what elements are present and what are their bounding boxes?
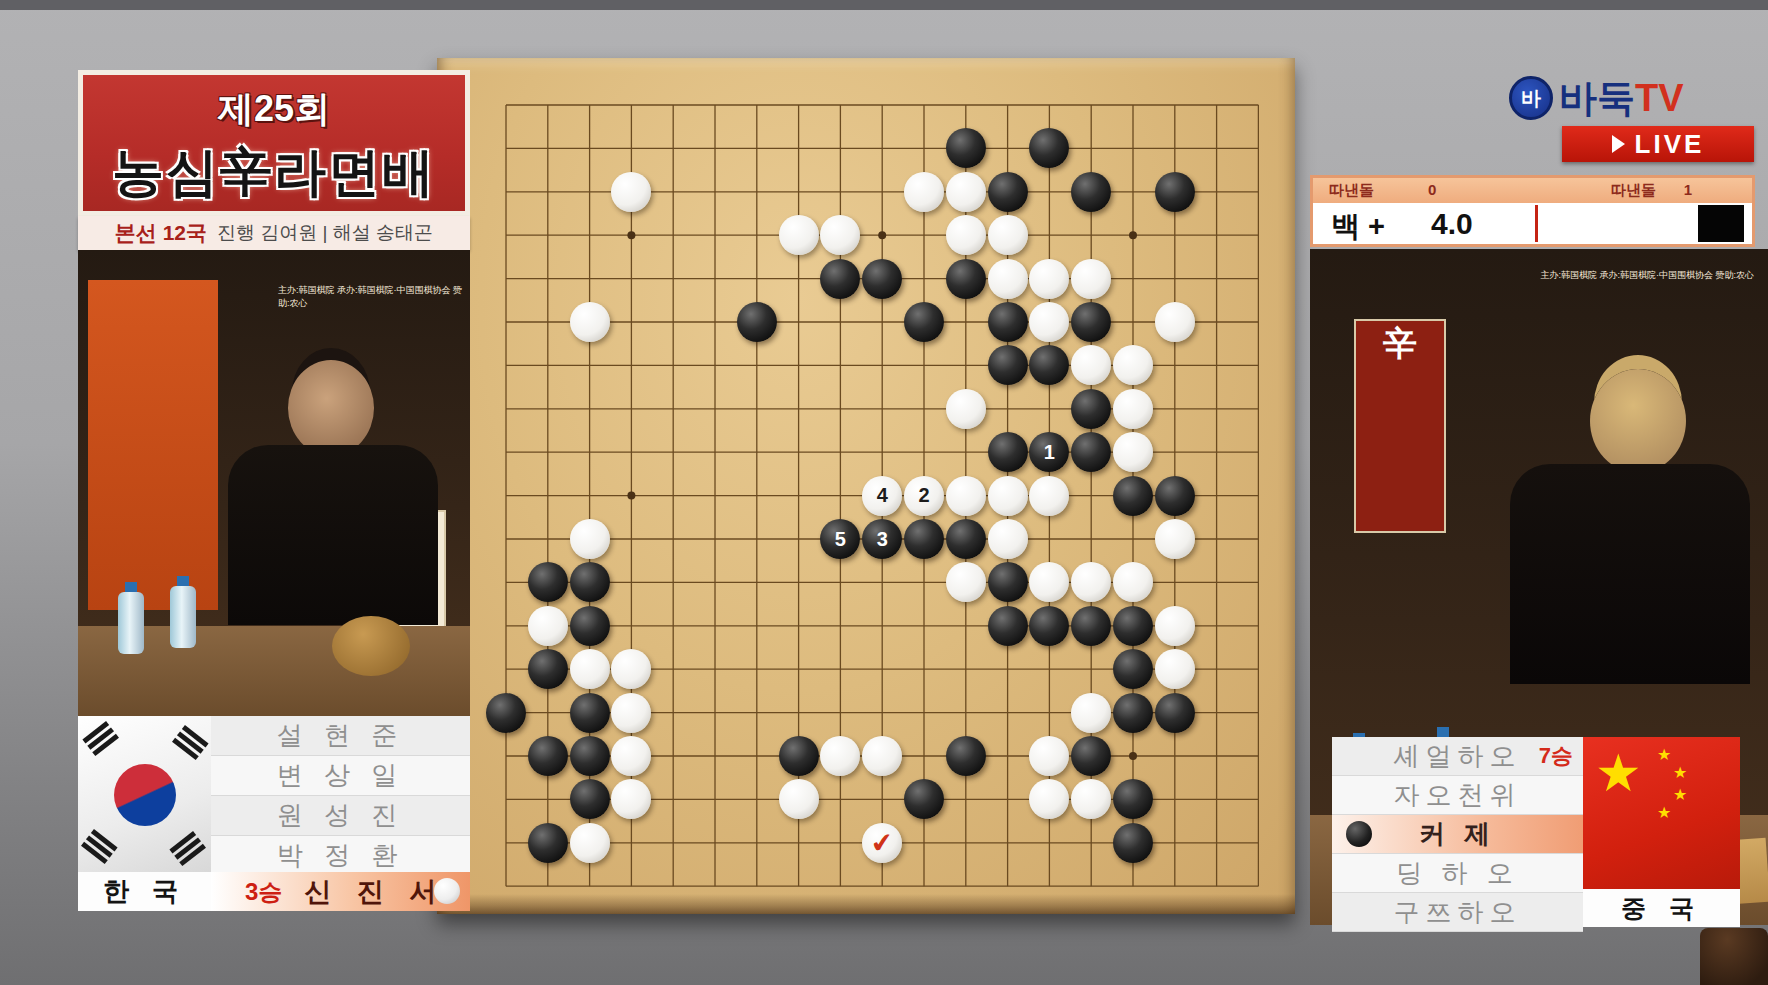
- china-flag: ★ ★ ★ ★ ★: [1583, 737, 1740, 889]
- black-stone: [1155, 693, 1195, 733]
- white-stone: [1155, 519, 1195, 559]
- black-stone: [486, 693, 526, 733]
- player-body: [1510, 464, 1750, 684]
- black-stone: [528, 736, 568, 776]
- korea-player-name: 박 정 환: [277, 838, 404, 873]
- black-stone-icon: [1346, 821, 1372, 847]
- white-stone: [1071, 259, 1111, 299]
- play-icon: [1612, 135, 1625, 153]
- china-player-record: 7승: [1539, 741, 1573, 771]
- china-player-list: 셰얼하오7승자오천위커 제딩 하 오구쯔하오: [1332, 737, 1583, 932]
- black-stone: [1071, 736, 1111, 776]
- white-stone: [1155, 649, 1195, 689]
- black-stone: [1155, 476, 1195, 516]
- white-stone: [570, 519, 610, 559]
- white-stone: [528, 606, 568, 646]
- korea-player-list: 설 현 준변 상 일원 성 진박 정 환: [211, 716, 470, 876]
- water-bottle: [170, 586, 196, 648]
- round-label: 본선 12국: [115, 219, 207, 247]
- white-stone: [988, 476, 1028, 516]
- black-stone: [570, 606, 610, 646]
- white-stone: [570, 649, 610, 689]
- captures-value-black: 1: [1684, 181, 1692, 198]
- event-title: 농심辛라면배: [83, 138, 465, 208]
- white-stone: [862, 476, 902, 516]
- china-player-name: 커 제: [1419, 817, 1496, 852]
- black-stone: [528, 649, 568, 689]
- korea-player-name: 설 현 준: [277, 718, 404, 753]
- water-bottle: [118, 592, 144, 654]
- score-panel: 따낸돌 0 따낸돌 1 백 + 4.0: [1310, 175, 1755, 247]
- broadcast-frame: 12345✔ 제25회 농심辛라면배 본선 12국 진행 김여원 | 해설 송태…: [0, 0, 1768, 985]
- black-stone: [820, 259, 860, 299]
- china-player-name: 자오천위: [1394, 778, 1522, 813]
- china-player-name: 딩 하 오: [1396, 856, 1518, 891]
- flag-star: ★: [1595, 743, 1642, 803]
- black-stone: [528, 823, 568, 863]
- korea-player-name: 원 성 진: [277, 798, 404, 833]
- white-stone: [988, 259, 1028, 299]
- black-stone: [988, 432, 1028, 472]
- white-stone: [946, 172, 986, 212]
- left-player-video-feed: 主办:韩国棋院 承办:韩国棋院·中国围棋协会 赞助:农心 辛: [78, 250, 470, 716]
- white-stone: [946, 215, 986, 255]
- china-player-name: 셰얼하오: [1394, 739, 1522, 774]
- backdrop-banner: [88, 280, 218, 610]
- flag-star: ★: [1657, 745, 1671, 764]
- trigram: [171, 725, 208, 761]
- go-board: 12345✔: [437, 58, 1295, 914]
- black-stone: [737, 302, 777, 342]
- black-stone: [1113, 823, 1153, 863]
- event-subtitle-strip: 본선 12국 진행 김여원 | 해설 송태곤: [78, 216, 470, 250]
- black-stone: [904, 302, 944, 342]
- white-stone: [946, 476, 986, 516]
- white-stone: [862, 736, 902, 776]
- korea-player-row: 변 상 일: [211, 756, 470, 796]
- black-stone: [570, 779, 610, 819]
- taeguk-symbol: [114, 764, 176, 826]
- red-check-marker: ✔: [860, 821, 904, 865]
- black-stone: [779, 736, 819, 776]
- black-stone: [862, 259, 902, 299]
- black-stone: [1071, 302, 1111, 342]
- white-stone: [570, 823, 610, 863]
- black-stone: [988, 562, 1028, 602]
- black-stone: [1113, 693, 1153, 733]
- wooden-barrel: [1700, 928, 1768, 985]
- white-stone-icon: [434, 878, 460, 904]
- channel-logo: 바 바둑 TV: [1509, 72, 1759, 124]
- live-label: LIVE: [1635, 129, 1705, 160]
- white-stone: [1155, 302, 1195, 342]
- china-active-player-row: 커 제: [1332, 815, 1583, 854]
- white-stone: [988, 519, 1028, 559]
- korea-flag: [78, 716, 211, 872]
- black-stone: [904, 519, 944, 559]
- china-player-row: 딩 하 오: [1332, 854, 1583, 893]
- white-stone: [570, 302, 610, 342]
- live-badge: LIVE: [1562, 126, 1754, 162]
- commentators-label: 진행 김여원 | 해설 송태곤: [217, 220, 433, 246]
- white-stone: [988, 215, 1028, 255]
- black-stone: [1113, 606, 1153, 646]
- black-stone: [988, 172, 1028, 212]
- korea-country-label: 한 국: [78, 872, 211, 911]
- trigram: [80, 829, 117, 865]
- top-gray-band: [0, 0, 1768, 10]
- black-stone: [1113, 649, 1153, 689]
- player-head: [1590, 369, 1686, 473]
- white-stone: [1029, 259, 1069, 299]
- china-player-row: 셰얼하오7승: [1332, 737, 1583, 776]
- white-stone: [1155, 606, 1195, 646]
- black-stone: [570, 736, 610, 776]
- white-stone: [904, 476, 944, 516]
- china-player-row: 구쯔하오: [1332, 893, 1583, 932]
- black-indicator-square: [1698, 205, 1744, 242]
- china-player-row: 자오천위: [1332, 776, 1583, 815]
- channel-name: 바둑: [1559, 73, 1635, 124]
- korea-player-record: 3승: [245, 876, 282, 908]
- black-stone: [528, 562, 568, 602]
- black-stone: [1029, 606, 1069, 646]
- captures-value-white: 0: [1428, 181, 1436, 198]
- go-bowl: [332, 616, 410, 676]
- korea-active-player-row: 3승 신 진 서: [211, 872, 470, 911]
- black-stone: [946, 128, 986, 168]
- white-stone: [1029, 476, 1069, 516]
- sponsor-text: 主办:韩国棋院 承办:韩国棋院·中国围棋协会 赞助:农心: [1541, 269, 1755, 282]
- player-body: [228, 445, 438, 625]
- baduk-tv-icon: 바: [1509, 76, 1553, 120]
- white-stone: [779, 215, 819, 255]
- xin-ramen-banner: 辛: [1354, 319, 1446, 533]
- black-stone: [570, 562, 610, 602]
- black-stone: [946, 736, 986, 776]
- white-stone: [946, 389, 986, 429]
- white-stone: [779, 779, 819, 819]
- white-stone: [1113, 432, 1153, 472]
- korea-player-name: 변 상 일: [277, 758, 404, 793]
- trigram: [82, 721, 119, 757]
- black-stone: [1155, 172, 1195, 212]
- korea-active-player-name: 신 진 서: [304, 874, 445, 910]
- black-stone: [570, 693, 610, 733]
- black-stone: [1071, 389, 1111, 429]
- score-value: 4.0: [1431, 207, 1473, 241]
- china-player-name: 구쯔하오: [1394, 895, 1522, 930]
- score-leader-label: 백 +: [1331, 207, 1385, 247]
- white-stone: [611, 693, 651, 733]
- event-edition: 제25회: [83, 85, 465, 134]
- sponsor-text: 主办:韩国棋院 承办:韩国棋院·中国围棋协会 赞助:农心: [278, 284, 470, 310]
- trigram: [169, 831, 206, 867]
- white-stone: [946, 562, 986, 602]
- score-divider: [1535, 205, 1538, 242]
- black-stone: [946, 519, 986, 559]
- channel-suffix: TV: [1635, 77, 1684, 120]
- white-stone: [611, 172, 651, 212]
- player-head: [288, 360, 374, 456]
- china-country-label: 중 국: [1583, 889, 1740, 927]
- black-stone: [988, 606, 1028, 646]
- black-stone: [988, 302, 1028, 342]
- flag-star: ★: [1673, 785, 1687, 804]
- black-stone: [1071, 172, 1111, 212]
- black-stone: [1113, 476, 1153, 516]
- captures-label-white: 따낸돌: [1329, 181, 1374, 200]
- score-main: 백 + 4.0: [1313, 203, 1752, 244]
- black-stone: [862, 519, 902, 559]
- captures-strip: 따낸돌 0 따낸돌 1: [1313, 178, 1752, 203]
- flag-star: ★: [1673, 763, 1687, 782]
- flag-star: ★: [1657, 803, 1671, 822]
- white-stone: [1113, 389, 1153, 429]
- korea-player-row: 원 성 진: [211, 796, 470, 836]
- captures-label-black: 따낸돌: [1611, 181, 1656, 200]
- board-edge-shadow: [437, 894, 1295, 914]
- korea-player-row: 설 현 준: [211, 716, 470, 756]
- white-stone: [1071, 693, 1111, 733]
- event-banner: 제25회 농심辛라면배: [78, 70, 470, 216]
- white-stone: [904, 172, 944, 212]
- black-stone: [1071, 606, 1111, 646]
- black-stone: [946, 259, 986, 299]
- korea-player-row: 박 정 환: [211, 836, 470, 876]
- black-stone: [988, 345, 1028, 385]
